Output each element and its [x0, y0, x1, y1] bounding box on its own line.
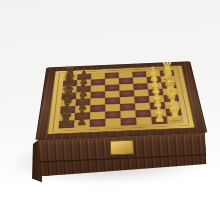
square-h4	[121, 118, 137, 126]
square-g3	[135, 110, 151, 118]
board-grid: ♜♟♟♜♞♟♟♞♝♟♟♝♛♟♟♛♚♟♟♚♝♟♟♝♞♟♟♞♜♟♟♜	[59, 70, 184, 128]
brass-board-plate: ♜♟♟♜♞♟♟♞♝♟♟♝♛♟♟♛♚♟♟♚♝♟♟♝♞♟♟♞♜♟♟♜	[47, 66, 195, 135]
square-h1: ♜	[167, 116, 184, 124]
square-h8: ♜	[59, 120, 75, 128]
black-pawn: ♟	[74, 114, 90, 127]
black-rook: ♜	[58, 110, 74, 128]
white-rook: ♜	[167, 105, 183, 123]
square-h2: ♟	[151, 116, 167, 124]
brass-clasp	[110, 139, 135, 155]
square-h5	[105, 118, 121, 126]
product-photo-scene: ♜♟♟♜♞♟♟♞♝♟♟♝♛♟♟♛♚♟♟♚♝♟♟♝♞♟♟♞♜♟♟♜	[0, 0, 220, 220]
square-h6	[90, 119, 106, 127]
square-h7: ♟	[74, 120, 90, 128]
chess-case: ♜♟♟♜♞♟♟♞♝♟♟♝♛♟♟♛♚♟♟♚♝♟♟♝♞♟♟♞♜♟♟♜	[32, 20, 209, 187]
lid-seam	[38, 154, 206, 163]
case-lid-top: ♜♟♟♜♞♟♟♞♝♟♟♝♛♟♟♛♚♟♟♚♝♟♟♝♞♟♟♞♜♟♟♜	[36, 62, 206, 140]
square-h3	[136, 117, 152, 125]
white-pawn: ♟	[152, 111, 168, 124]
